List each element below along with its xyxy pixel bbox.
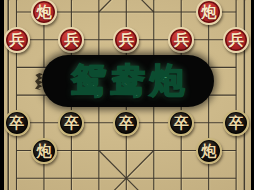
xiangqi-screenshot: 炮炮兵兵兵兵兵卒卒卒卒卒炮炮 鸳鸯炮 [0, 0, 254, 190]
piece-character: 卒 [174, 112, 189, 134]
piece-red-soldier[interactable]: 兵 [113, 27, 139, 53]
opening-name-text: 鸳鸯炮 [67, 58, 189, 104]
piece-character: 炮 [201, 140, 216, 162]
piece-character: 卒 [9, 112, 24, 134]
piece-red-cannon[interactable]: 炮 [31, 0, 57, 25]
piece-character: 兵 [9, 29, 24, 51]
piece-character: 兵 [119, 29, 134, 51]
piece-black-cannon[interactable]: 炮 [196, 138, 222, 164]
piece-red-soldier[interactable]: 兵 [223, 27, 249, 53]
piece-character: 兵 [174, 29, 189, 51]
letterbox-left-bar [0, 0, 4, 190]
piece-black-soldier[interactable]: 卒 [223, 110, 249, 136]
piece-red-soldier[interactable]: 兵 [168, 27, 194, 53]
opening-name-banner: 鸳鸯炮 [42, 55, 214, 107]
piece-black-soldier[interactable]: 卒 [4, 110, 30, 136]
piece-red-soldier[interactable]: 兵 [58, 27, 84, 53]
piece-black-cannon[interactable]: 炮 [31, 138, 57, 164]
piece-character: 兵 [64, 29, 79, 51]
xiangqi-board[interactable]: 炮炮兵兵兵兵兵卒卒卒卒卒炮炮 鸳鸯炮 [0, 0, 254, 190]
piece-black-soldier[interactable]: 卒 [168, 110, 194, 136]
piece-character: 炮 [36, 1, 51, 23]
piece-character: 卒 [119, 112, 134, 134]
piece-character: 炮 [36, 140, 51, 162]
letterbox-right-bar [251, 0, 254, 190]
piece-character: 炮 [201, 1, 216, 23]
piece-red-soldier[interactable]: 兵 [4, 27, 30, 53]
piece-character: 卒 [64, 112, 79, 134]
piece-character: 卒 [229, 112, 244, 134]
piece-black-soldier[interactable]: 卒 [113, 110, 139, 136]
piece-black-soldier[interactable]: 卒 [58, 110, 84, 136]
piece-red-cannon[interactable]: 炮 [196, 0, 222, 25]
piece-character: 兵 [229, 29, 244, 51]
